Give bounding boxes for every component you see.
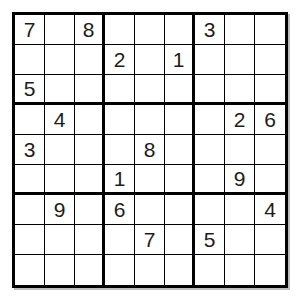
cell-r4c9[interactable]: 6 [255, 105, 285, 135]
cell-r4c6[interactable] [165, 105, 195, 135]
page-background: 783215426381996475 [0, 0, 300, 300]
cell-r2c8[interactable] [225, 45, 255, 75]
cell-r5c7[interactable] [195, 135, 225, 165]
cell-r5c1[interactable]: 3 [15, 135, 45, 165]
cell-r6c5[interactable] [135, 165, 165, 195]
cell-r5c3[interactable] [75, 135, 105, 165]
cell-r6c6[interactable] [165, 165, 195, 195]
cell-r7c6[interactable] [165, 195, 195, 225]
cell-r3c9[interactable] [255, 75, 285, 105]
cell-r7c7[interactable] [195, 195, 225, 225]
cell-r4c3[interactable] [75, 105, 105, 135]
cell-r1c7[interactable]: 3 [195, 15, 225, 45]
cell-r5c2[interactable] [45, 135, 75, 165]
cell-r7c9[interactable]: 4 [255, 195, 285, 225]
cell-r9c4[interactable] [105, 255, 135, 285]
cell-r2c5[interactable] [135, 45, 165, 75]
cell-r1c5[interactable] [135, 15, 165, 45]
cell-r4c4[interactable] [105, 105, 135, 135]
cell-r2c3[interactable] [75, 45, 105, 75]
cell-r8c6[interactable] [165, 225, 195, 255]
cell-r7c8[interactable] [225, 195, 255, 225]
cell-r6c2[interactable] [45, 165, 75, 195]
cell-r6c8[interactable]: 9 [225, 165, 255, 195]
cell-r6c7[interactable] [195, 165, 225, 195]
cell-r8c8[interactable] [225, 225, 255, 255]
cell-r6c1[interactable] [15, 165, 45, 195]
cell-r1c9[interactable] [255, 15, 285, 45]
cell-r2c7[interactable] [195, 45, 225, 75]
cell-r5c6[interactable] [165, 135, 195, 165]
cell-r6c3[interactable] [75, 165, 105, 195]
cell-r4c1[interactable] [15, 105, 45, 135]
cell-r8c7[interactable]: 5 [195, 225, 225, 255]
cell-r3c1[interactable]: 5 [15, 75, 45, 105]
cell-r1c4[interactable] [105, 15, 135, 45]
cell-r3c6[interactable] [165, 75, 195, 105]
cell-r9c6[interactable] [165, 255, 195, 285]
cell-r3c2[interactable] [45, 75, 75, 105]
sudoku-board: 783215426381996475 [12, 12, 288, 288]
cell-r8c1[interactable] [15, 225, 45, 255]
cell-r5c5[interactable]: 8 [135, 135, 165, 165]
cell-r9c8[interactable] [225, 255, 255, 285]
cell-r4c8[interactable]: 2 [225, 105, 255, 135]
cell-r4c5[interactable] [135, 105, 165, 135]
cell-r6c9[interactable] [255, 165, 285, 195]
cell-r5c9[interactable] [255, 135, 285, 165]
cell-r9c1[interactable] [15, 255, 45, 285]
cell-r3c3[interactable] [75, 75, 105, 105]
cell-r8c3[interactable] [75, 225, 105, 255]
cell-r5c4[interactable] [105, 135, 135, 165]
cell-r3c5[interactable] [135, 75, 165, 105]
cell-r2c9[interactable] [255, 45, 285, 75]
cell-r7c4[interactable]: 6 [105, 195, 135, 225]
cell-r8c9[interactable] [255, 225, 285, 255]
cell-r4c2[interactable]: 4 [45, 105, 75, 135]
cell-r6c4[interactable]: 1 [105, 165, 135, 195]
cell-r9c7[interactable] [195, 255, 225, 285]
cell-r2c2[interactable] [45, 45, 75, 75]
cell-r8c4[interactable] [105, 225, 135, 255]
cell-r8c5[interactable]: 7 [135, 225, 165, 255]
cell-r3c8[interactable] [225, 75, 255, 105]
cell-r7c5[interactable] [135, 195, 165, 225]
cell-r1c6[interactable] [165, 15, 195, 45]
cell-r2c1[interactable] [15, 45, 45, 75]
cell-r1c3[interactable]: 8 [75, 15, 105, 45]
cell-r1c2[interactable] [45, 15, 75, 45]
cell-r7c2[interactable]: 9 [45, 195, 75, 225]
cell-r2c4[interactable]: 2 [105, 45, 135, 75]
cell-r9c2[interactable] [45, 255, 75, 285]
cell-r1c8[interactable] [225, 15, 255, 45]
cell-r9c5[interactable] [135, 255, 165, 285]
cell-r2c6[interactable]: 1 [165, 45, 195, 75]
cell-r1c1[interactable]: 7 [15, 15, 45, 45]
cell-r8c2[interactable] [45, 225, 75, 255]
cell-r5c8[interactable] [225, 135, 255, 165]
cell-r4c7[interactable] [195, 105, 225, 135]
cell-r9c3[interactable] [75, 255, 105, 285]
cell-r9c9[interactable] [255, 255, 285, 285]
cell-r7c3[interactable] [75, 195, 105, 225]
cell-r7c1[interactable] [15, 195, 45, 225]
cell-r3c4[interactable] [105, 75, 135, 105]
cell-r3c7[interactable] [195, 75, 225, 105]
